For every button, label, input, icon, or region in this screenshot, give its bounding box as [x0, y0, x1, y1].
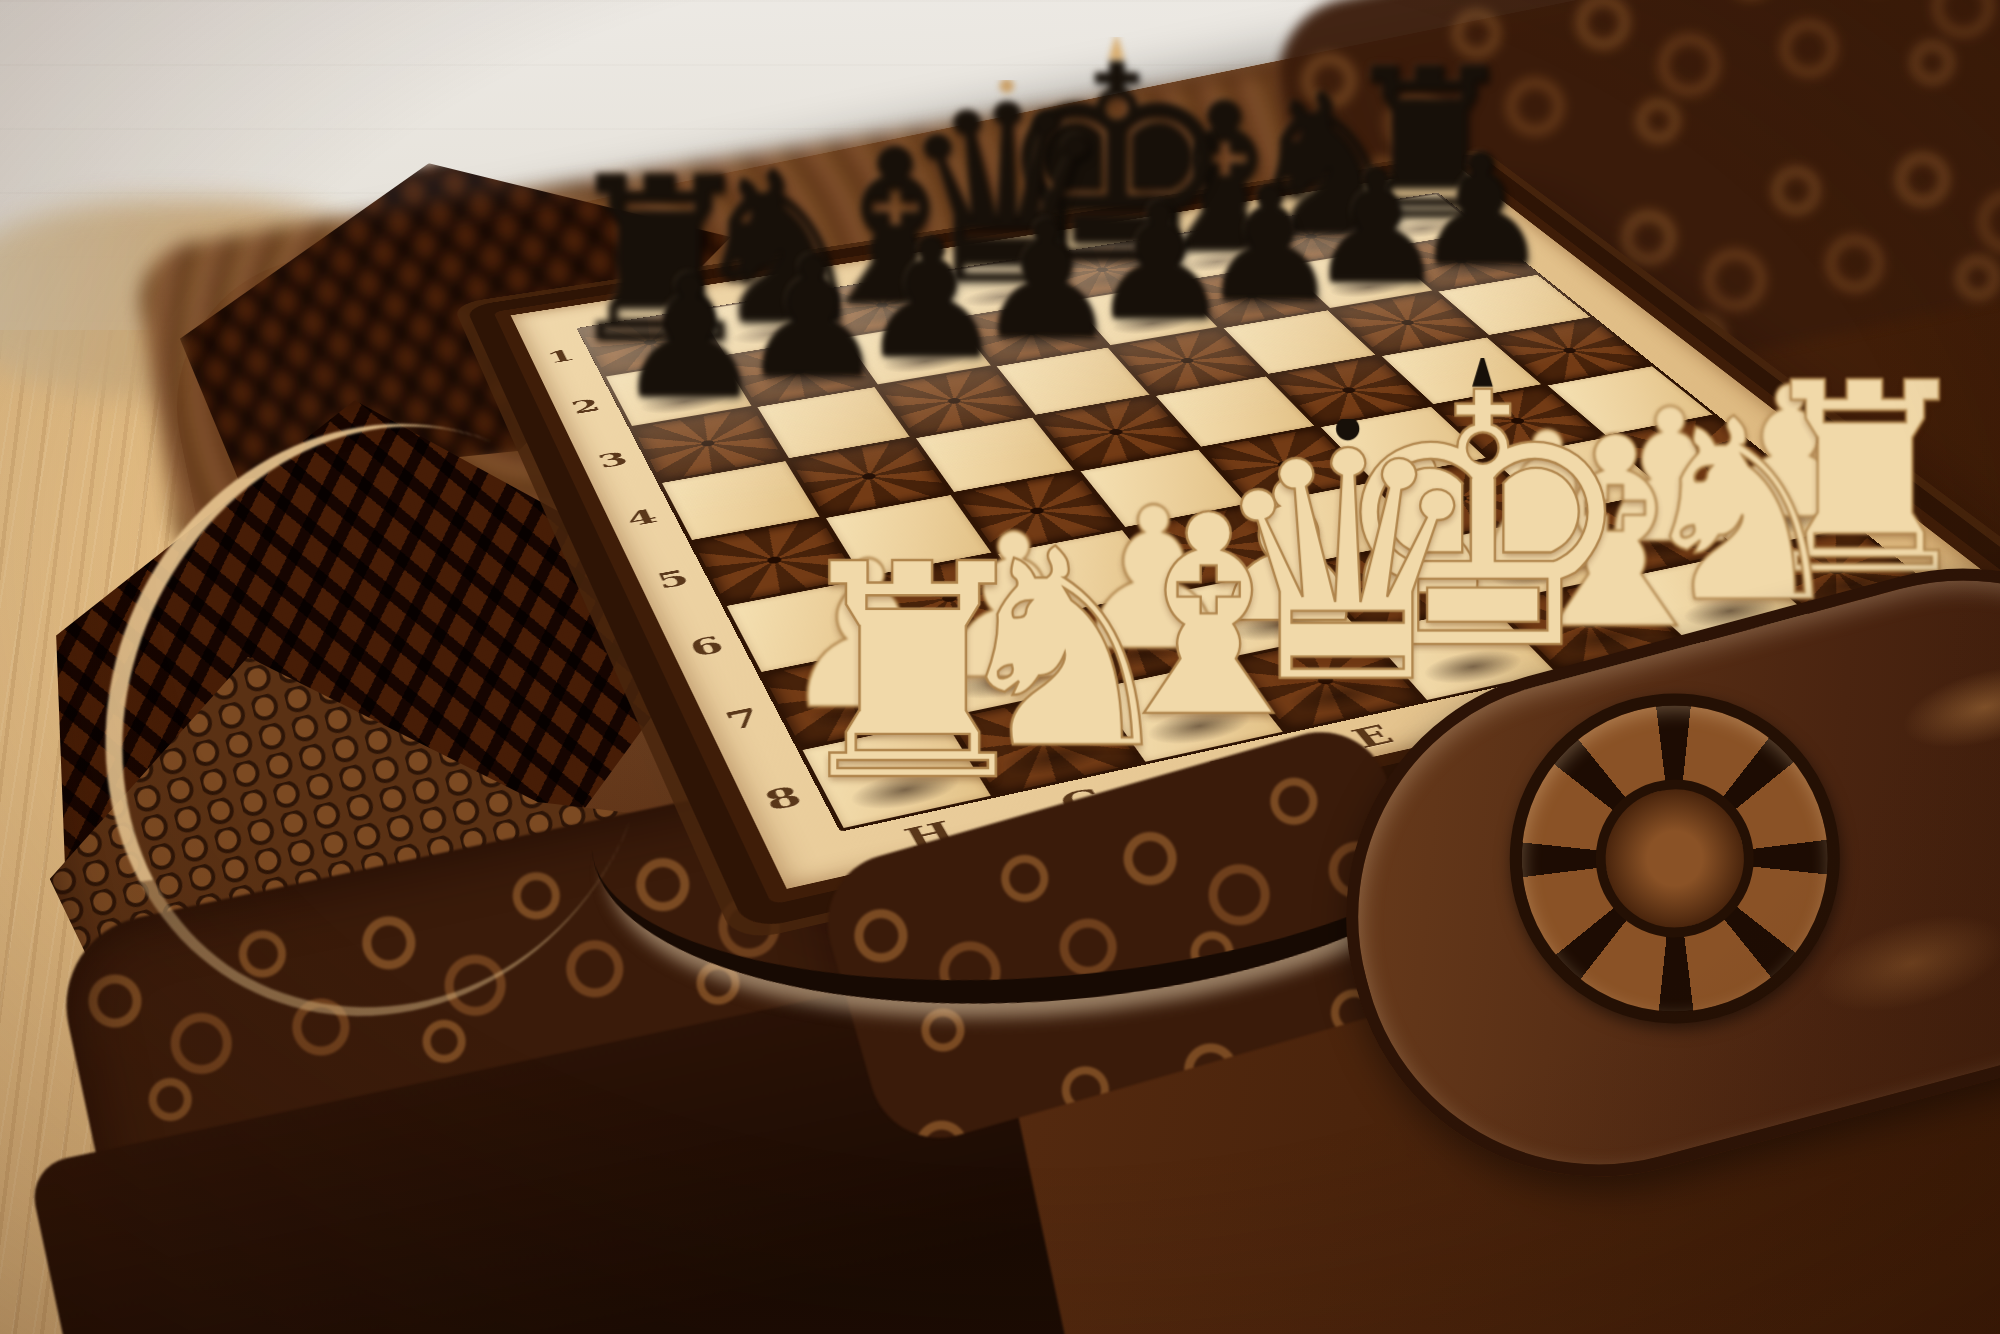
photo-scene: 12345678 HGFEDCBA ♜♞♝♛♚♝♞♜♟♟♟♟♟♟♟♟♟♟♟♟♟♟…: [0, 0, 2000, 1334]
rosette-medallion: [1473, 656, 1877, 1060]
square-f4[interactable]: [916, 418, 1074, 492]
square-h3[interactable]: [633, 408, 784, 481]
black-pawn[interactable]: ♟: [614, 258, 764, 417]
